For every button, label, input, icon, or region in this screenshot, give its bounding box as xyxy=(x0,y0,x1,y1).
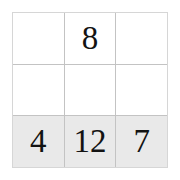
cell-r2c0: 4 xyxy=(13,116,64,167)
cell-r1c1[interactable] xyxy=(65,65,116,116)
cell-r0c0[interactable] xyxy=(13,13,64,64)
cell-r2c1: 12 xyxy=(65,116,116,167)
cell-r0c2[interactable] xyxy=(116,13,167,64)
cell-r1c2[interactable] xyxy=(116,65,167,116)
cell-r1c0[interactable] xyxy=(13,65,64,116)
puzzle-grid: 8 4 12 7 xyxy=(12,12,168,168)
cell-r0c1[interactable]: 8 xyxy=(65,13,116,64)
cell-r2c2: 7 xyxy=(116,116,167,167)
